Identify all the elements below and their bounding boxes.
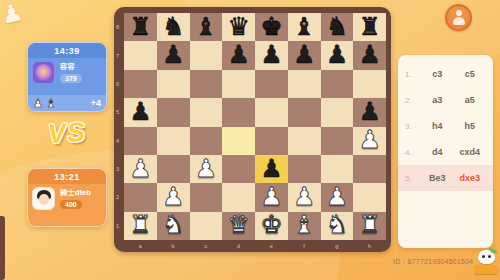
square-f7[interactable]: ♟ [288, 41, 321, 69]
rank-label-5: 5 [116, 98, 124, 126]
piece-black-rook[interactable]: ♜ [358, 14, 380, 39]
square-h1[interactable]: ♜ [353, 212, 386, 240]
chess-game-screen: { "game": "chess", "position": { "fen": … [0, 0, 500, 280]
move-list-panel: 1.c3c52.a3a53.h4h54.d4cxd45.Be3dxe3 [398, 55, 493, 248]
move-row-5[interactable]: 5.Be3dxe3 [398, 165, 493, 191]
move-number: 2. [405, 96, 421, 105]
square-f1[interactable]: ♝ [288, 212, 321, 240]
square-d3[interactable] [222, 155, 255, 183]
move-row-4[interactable]: 4.d4cxd4 [398, 139, 493, 165]
square-g7[interactable]: ♟ [321, 41, 354, 69]
file-label-a: a [124, 240, 157, 251]
piece-white-pawn[interactable]: ♟ [358, 127, 380, 152]
square-g4[interactable] [321, 127, 354, 155]
square-f5[interactable] [288, 98, 321, 126]
rank-label-8: 8 [116, 13, 124, 41]
piece-black-rook[interactable]: ♜ [129, 14, 151, 39]
square-d2[interactable] [222, 183, 255, 211]
avatar-image [39, 194, 49, 205]
black-move[interactable]: dxe3 [454, 173, 487, 183]
square-a7[interactable] [124, 41, 157, 69]
rank-coordinates: 87654321 [116, 13, 124, 240]
square-h8[interactable]: ♜ [353, 13, 386, 41]
piece-black-pawn[interactable]: ♟ [326, 42, 348, 67]
square-c2[interactable] [190, 183, 223, 211]
square-h5[interactable]: ♟ [353, 98, 386, 126]
square-h6[interactable] [353, 70, 386, 98]
square-e6[interactable] [255, 70, 288, 98]
square-c5[interactable] [190, 98, 223, 126]
square-d5[interactable] [222, 98, 255, 126]
black-move[interactable]: a5 [454, 95, 487, 105]
square-d6[interactable] [222, 70, 255, 98]
rank-label-6: 6 [116, 70, 124, 98]
square-a4[interactable] [124, 127, 157, 155]
opponent-clock: 14:39 [28, 43, 106, 58]
move-number: 3. [405, 122, 421, 131]
rank-label-2: 2 [116, 183, 124, 211]
piece-white-pawn[interactable]: ♟ [260, 184, 282, 209]
mascot-eye [482, 255, 485, 258]
vs-badge: VS [29, 115, 105, 151]
player-rating-badge: 400 [60, 200, 82, 209]
material-score: +4 [91, 98, 101, 108]
file-label-e: e [255, 240, 288, 251]
captured-pieces-tray: ♟ ♝ +4 [28, 95, 106, 111]
square-h2[interactable] [353, 183, 386, 211]
white-move[interactable]: d4 [421, 147, 454, 157]
square-a3[interactable]: ♟ [124, 155, 157, 183]
square-g5[interactable] [321, 98, 354, 126]
file-label-h: h [353, 240, 386, 251]
piece-white-rook[interactable]: ♜ [129, 212, 151, 237]
opponent-panel: 14:39 容容 379 ♟ ♝ +4 [27, 42, 107, 112]
captured-white-pawn-icon: ♟ [33, 98, 43, 109]
piece-black-pawn[interactable]: ♟ [260, 42, 282, 67]
board-grid: ♜♞♝♛♚♝♞♜♟♟♟♟♟♟♟♟♟♟♟♟♟♟♟♟♜♞♛♚♝♞♜ [124, 13, 386, 240]
player-avatar[interactable] [32, 187, 55, 210]
square-a6[interactable] [124, 70, 157, 98]
square-d4[interactable] [222, 127, 255, 155]
piece-white-queen[interactable]: ♛ [227, 212, 249, 237]
square-a2[interactable] [124, 183, 157, 211]
square-a5[interactable]: ♟ [124, 98, 157, 126]
piece-white-pawn[interactable]: ♟ [326, 184, 348, 209]
mascot-eye [488, 255, 491, 258]
square-e2[interactable]: ♟ [255, 183, 288, 211]
move-row-2[interactable]: 2.a3a5 [398, 87, 493, 113]
move-row-1[interactable]: 1.c3c5 [398, 61, 493, 87]
square-h4[interactable]: ♟ [353, 127, 386, 155]
piece-black-pawn[interactable]: ♟ [358, 42, 380, 67]
game-id-label: ID：6777219304501504 [393, 257, 485, 267]
square-a1[interactable]: ♜ [124, 212, 157, 240]
square-f6[interactable] [288, 70, 321, 98]
piece-white-pawn[interactable]: ♟ [293, 184, 315, 209]
square-d8[interactable]: ♛ [222, 13, 255, 41]
white-pawn-icon: ♟ [0, 0, 25, 30]
move-number: 5. [405, 174, 421, 183]
file-label-f: f [288, 240, 321, 251]
square-h7[interactable]: ♟ [353, 41, 386, 69]
piece-black-knight[interactable]: ♞ [162, 14, 184, 39]
square-e3[interactable]: ♟ [255, 155, 288, 183]
square-d1[interactable]: ♛ [222, 212, 255, 240]
edge-decoration [0, 216, 5, 280]
mascot-watermark [473, 249, 499, 279]
file-coordinates: abcdefgh [124, 240, 386, 251]
square-e5[interactable] [255, 98, 288, 126]
square-c3[interactable]: ♟ [190, 155, 223, 183]
square-g2[interactable]: ♟ [321, 183, 354, 211]
square-c1[interactable] [190, 212, 223, 240]
piece-white-pawn[interactable]: ♟ [162, 184, 184, 209]
square-d7[interactable]: ♟ [222, 41, 255, 69]
square-f8[interactable]: ♝ [288, 13, 321, 41]
square-f4[interactable] [288, 127, 321, 155]
avatar-image [35, 64, 52, 81]
file-label-d: d [222, 240, 255, 251]
player-name: 骑士dfeb [60, 188, 91, 198]
piece-black-bishop[interactable]: ♝ [293, 14, 315, 39]
piece-black-king[interactable]: ♚ [260, 14, 282, 39]
move-number: 4. [405, 148, 421, 157]
piece-white-king[interactable]: ♚ [260, 212, 282, 237]
square-b6[interactable] [157, 70, 190, 98]
move-row-3[interactable]: 3.h4h5 [398, 113, 493, 139]
piece-black-bishop[interactable]: ♝ [195, 14, 217, 39]
square-c7[interactable] [190, 41, 223, 69]
piece-black-knight[interactable]: ♞ [326, 14, 348, 39]
square-a8[interactable]: ♜ [124, 13, 157, 41]
square-c6[interactable] [190, 70, 223, 98]
square-e4[interactable] [255, 127, 288, 155]
piece-black-queen[interactable]: ♛ [227, 14, 249, 39]
opponent-name: 容容 [60, 62, 82, 72]
file-label-c: c [190, 240, 223, 251]
piece-black-pawn[interactable]: ♟ [358, 99, 380, 124]
piece-white-knight[interactable]: ♞ [162, 212, 184, 237]
piece-white-bishop[interactable]: ♝ [293, 212, 315, 237]
piece-white-pawn[interactable]: ♟ [129, 156, 151, 181]
move-number: 1. [405, 70, 421, 79]
black-move[interactable]: cxd4 [454, 147, 487, 157]
square-e1[interactable]: ♚ [255, 212, 288, 240]
square-c8[interactable]: ♝ [190, 13, 223, 41]
square-b8[interactable]: ♞ [157, 13, 190, 41]
mascot-logo-tag [474, 265, 498, 274]
opponent-avatar[interactable] [32, 61, 55, 84]
file-label-g: g [321, 240, 354, 251]
square-c4[interactable] [190, 127, 223, 155]
white-move[interactable]: c3 [421, 69, 454, 79]
square-b3[interactable] [157, 155, 190, 183]
rank-label-1: 1 [116, 212, 124, 240]
square-e8[interactable]: ♚ [255, 13, 288, 41]
piece-white-knight[interactable]: ♞ [326, 212, 348, 237]
white-move[interactable]: Be3 [421, 173, 454, 183]
rank-label-4: 4 [116, 127, 124, 155]
white-move[interactable]: a3 [421, 95, 454, 105]
square-e7[interactable]: ♟ [255, 41, 288, 69]
square-b2[interactable]: ♟ [157, 183, 190, 211]
square-b5[interactable] [157, 98, 190, 126]
piece-black-pawn[interactable]: ♟ [129, 99, 151, 124]
white-move[interactable]: h4 [421, 121, 454, 131]
piece-black-pawn[interactable]: ♟ [162, 42, 184, 67]
rank-label-3: 3 [116, 155, 124, 183]
square-b1[interactable]: ♞ [157, 212, 190, 240]
square-f3[interactable] [288, 155, 321, 183]
chess-board: 87654321 ♜♞♝♛♚♝♞♜♟♟♟♟♟♟♟♟♟♟♟♟♟♟♟♟♜♞♛♚♝♞♜… [114, 7, 391, 252]
captured-white-bishop-icon: ♝ [46, 98, 56, 109]
square-h3[interactable] [353, 155, 386, 183]
square-b4[interactable] [157, 127, 190, 155]
square-g1[interactable]: ♞ [321, 212, 354, 240]
piece-white-rook[interactable]: ♜ [358, 212, 380, 237]
piece-black-pawn[interactable]: ♟ [293, 42, 315, 67]
piece-black-pawn[interactable]: ♟ [227, 42, 249, 67]
square-b7[interactable]: ♟ [157, 41, 190, 69]
profile-button[interactable] [445, 4, 472, 31]
black-move[interactable]: c5 [454, 69, 487, 79]
file-label-b: b [157, 240, 190, 251]
square-f2[interactable]: ♟ [288, 183, 321, 211]
player-panel: 13:21 骑士dfeb 400 [27, 168, 107, 227]
piece-white-pawn[interactable]: ♟ [195, 156, 217, 181]
black-move[interactable]: h5 [454, 121, 487, 131]
opponent-rating-badge: 379 [60, 74, 82, 83]
square-g8[interactable]: ♞ [321, 13, 354, 41]
player-clock: 13:21 [28, 169, 106, 184]
rank-label-7: 7 [116, 41, 124, 69]
person-icon [451, 10, 466, 25]
square-g6[interactable] [321, 70, 354, 98]
square-g3[interactable] [321, 155, 354, 183]
piece-black-pawn[interactable]: ♟ [260, 156, 282, 181]
